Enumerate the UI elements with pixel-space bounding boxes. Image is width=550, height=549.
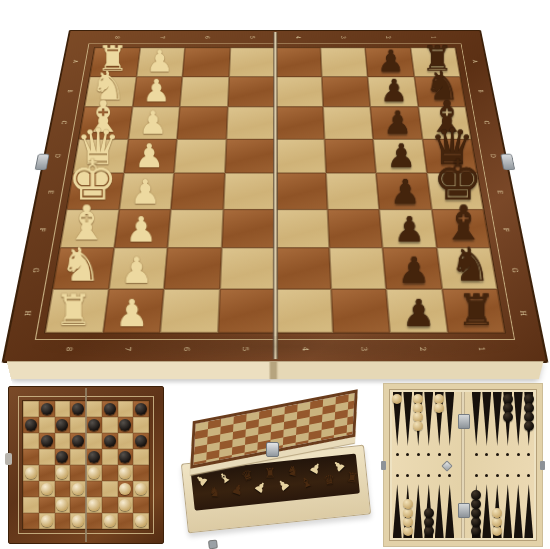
backgammon-point[interactable]: [524, 484, 533, 538]
point-dot-icon: [417, 453, 420, 456]
coordinate-label: A: [470, 60, 478, 63]
coordinate-label: H: [518, 311, 528, 316]
board-square[interactable]: ♟: [376, 173, 431, 209]
point-dot-icon: [527, 474, 530, 477]
black-checker[interactable]: [503, 412, 513, 422]
board-square[interactable]: [23, 401, 39, 417]
backgammon-point[interactable]: [445, 484, 454, 538]
board-front-edge: [6, 361, 543, 379]
white-checker[interactable]: [56, 467, 68, 479]
board-square[interactable]: [70, 449, 86, 465]
metal-clasp-icon[interactable]: [540, 461, 545, 470]
board-square[interactable]: ♟: [379, 209, 436, 248]
board-square[interactable]: [39, 401, 55, 417]
white-checker[interactable]: [88, 499, 100, 511]
point-dot-icon: [506, 474, 509, 477]
black-checker[interactable]: [524, 421, 534, 431]
black-pawn[interactable]: ♟: [383, 212, 437, 247]
coordinate-label: 3: [339, 36, 346, 38]
white-checker[interactable]: [135, 515, 147, 527]
board-square[interactable]: ♜: [45, 289, 108, 333]
board-square[interactable]: ♟: [108, 248, 167, 289]
board-square[interactable]: [327, 209, 382, 248]
board-square[interactable]: [225, 139, 276, 173]
board-square[interactable]: [86, 497, 102, 513]
backgammon-point[interactable]: [414, 484, 423, 538]
black-checker[interactable]: [88, 419, 100, 431]
backgammon-point[interactable]: [493, 392, 502, 446]
board-square[interactable]: ♟: [386, 289, 447, 333]
coordinate-label: 1: [430, 36, 437, 38]
board-square[interactable]: [118, 465, 134, 481]
board-square[interactable]: [275, 77, 323, 107]
black-checker[interactable]: [471, 499, 481, 509]
point-dot-icon: [427, 474, 430, 477]
board-square[interactable]: [164, 248, 221, 289]
coordinate-label: 5: [249, 36, 256, 38]
dark-piece-in-box: ♝: [298, 474, 314, 491]
black-checker[interactable]: [104, 435, 116, 447]
coordinate-label: B: [65, 89, 73, 92]
board-square[interactable]: [39, 417, 55, 433]
board-square[interactable]: ♟: [383, 248, 442, 289]
board-square[interactable]: [180, 77, 229, 107]
board-square[interactable]: [323, 107, 373, 139]
board-square[interactable]: [133, 465, 149, 481]
white-pawn[interactable]: ♟: [128, 106, 177, 138]
white-checker[interactable]: [403, 526, 413, 536]
board-square[interactable]: [118, 433, 134, 449]
board-square[interactable]: ♟: [119, 173, 174, 209]
checkers-board-thumbnail: [8, 386, 164, 544]
board-square[interactable]: [55, 481, 71, 497]
board-square[interactable]: ♟: [370, 107, 422, 139]
black-checker[interactable]: [135, 435, 147, 447]
white-checker[interactable]: [119, 499, 131, 511]
white-checker[interactable]: [119, 467, 131, 479]
black-checker[interactable]: [104, 403, 116, 415]
board-square[interactable]: [118, 513, 134, 529]
board-square[interactable]: [70, 481, 86, 497]
board-square[interactable]: [23, 433, 39, 449]
board-square[interactable]: [174, 139, 226, 173]
point-dot-icon: [406, 474, 409, 477]
board-square[interactable]: [321, 77, 370, 107]
board-square[interactable]: [133, 433, 149, 449]
board-square[interactable]: [55, 513, 71, 529]
board-square[interactable]: [227, 77, 275, 107]
coordinate-label: 7: [158, 36, 165, 38]
white-checker[interactable]: [25, 467, 37, 479]
board-square[interactable]: [70, 401, 86, 417]
coordinate-label: H: [22, 311, 32, 316]
metal-clasp-icon[interactable]: [5, 453, 12, 465]
board-square[interactable]: [329, 248, 386, 289]
board-square[interactable]: [118, 417, 134, 433]
board-square[interactable]: [39, 481, 55, 497]
hinge-icon: [458, 503, 470, 518]
center-pin-icon: [441, 460, 452, 471]
coordinate-label: E: [495, 190, 504, 194]
board-square[interactable]: [102, 401, 118, 417]
board-square[interactable]: ♟: [132, 77, 182, 107]
black-pawn[interactable]: ♟: [373, 106, 422, 138]
backgammon-point[interactable]: [393, 484, 402, 538]
board-square[interactable]: [55, 465, 71, 481]
white-pawn[interactable]: ♟: [119, 174, 171, 208]
black-pawn[interactable]: ♟: [390, 294, 447, 332]
board-square[interactable]: [39, 449, 55, 465]
black-checker[interactable]: [25, 419, 37, 431]
backgammon-point[interactable]: [514, 484, 523, 538]
black-checker[interactable]: [56, 451, 68, 463]
white-checker[interactable]: [492, 508, 502, 518]
white-checker[interactable]: [41, 515, 53, 527]
board-square[interactable]: [177, 107, 227, 139]
chess-board: ♜♟♟♜♞♟♟♞♝♟♟♝♛♟♟♛♚♟♟♚♝♟♟♝♞♟♟♞♜♟♟♜ 88AA77B…: [1, 30, 548, 363]
board-square[interactable]: [23, 497, 39, 513]
point-dot-icon: [496, 474, 499, 477]
board-square[interactable]: [221, 209, 275, 248]
black-checker[interactable]: [41, 403, 53, 415]
board-square[interactable]: ♟: [124, 139, 177, 173]
backgammon-point[interactable]: [472, 392, 481, 446]
light-piece-in-box: ♟: [193, 472, 210, 489]
point-dot-icon: [417, 474, 420, 477]
board-square[interactable]: [39, 465, 55, 481]
backgammon-point[interactable]: [445, 392, 454, 446]
board-square[interactable]: [229, 48, 275, 77]
dark-piece-in-box: ♞: [286, 463, 300, 478]
black-checker[interactable]: [135, 403, 147, 415]
coordinate-label: C: [59, 121, 67, 124]
hinge-icon: [458, 414, 470, 429]
coordinate-label: 5: [241, 347, 250, 351]
board-square[interactable]: [23, 465, 39, 481]
board-square[interactable]: [102, 417, 118, 433]
board-square[interactable]: [275, 248, 331, 289]
black-checker[interactable]: [41, 435, 53, 447]
board-square[interactable]: [275, 107, 324, 139]
backgammon-point[interactable]: [435, 484, 444, 538]
white-checker[interactable]: [72, 515, 84, 527]
dark-piece-in-box: ♛: [240, 467, 255, 483]
coordinate-label: 4: [300, 347, 309, 351]
board-square[interactable]: [167, 209, 222, 248]
board-square[interactable]: [102, 465, 118, 481]
board-square[interactable]: [70, 417, 86, 433]
metal-clasp-icon[interactable]: [266, 442, 279, 457]
board-square[interactable]: ♟: [128, 107, 180, 139]
black-checker[interactable]: [424, 508, 434, 518]
board-square[interactable]: [70, 513, 86, 529]
board-square[interactable]: [55, 433, 71, 449]
board-square[interactable]: ♟: [368, 77, 418, 107]
board-square[interactable]: [133, 513, 149, 529]
white-knight[interactable]: ♞: [53, 242, 109, 288]
black-checker[interactable]: [88, 451, 100, 463]
point-dot-icon: [427, 453, 430, 456]
coordinate-label: 7: [123, 347, 133, 351]
coordinate-label: 2: [385, 36, 392, 38]
board-square[interactable]: ♟: [114, 209, 171, 248]
board-square[interactable]: [118, 449, 134, 465]
board-square[interactable]: [118, 481, 134, 497]
board-square[interactable]: [86, 417, 102, 433]
coordinate-label: 3: [359, 347, 368, 351]
board-square[interactable]: [275, 139, 326, 173]
board-square[interactable]: [324, 139, 376, 173]
coordinate-label: F: [502, 228, 511, 232]
point-dot-icon: [438, 453, 441, 456]
board-square[interactable]: [23, 481, 39, 497]
point-dot-icon: [506, 453, 509, 456]
chess-board-scene: ♜♟♟♜♞♟♟♞♝♟♟♝♛♟♟♛♚♟♟♚♝♟♟♝♞♟♟♞♜♟♟♜ 88AA77B…: [0, 0, 550, 380]
board-square[interactable]: [223, 173, 275, 209]
white-pawn[interactable]: ♟: [132, 75, 180, 106]
board-square[interactable]: [326, 173, 380, 209]
dark-piece-in-box: ♟: [230, 482, 245, 498]
backgammon-point[interactable]: [514, 392, 523, 446]
white-pawn[interactable]: ♟: [108, 252, 164, 288]
white-checker[interactable]: [41, 483, 53, 495]
light-piece-in-box: ♟: [252, 479, 269, 496]
white-checker[interactable]: [88, 467, 100, 479]
board-square[interactable]: [171, 173, 225, 209]
board-square[interactable]: ♟: [373, 139, 426, 173]
product-photo: ♜♟♟♜♞♟♟♞♝♟♟♝♛♟♟♛♚♟♟♚♝♟♟♝♞♟♟♞♜♟♟♜ 88AA77B…: [0, 0, 550, 549]
coordinate-label: 6: [204, 36, 211, 38]
white-checker[interactable]: [403, 499, 413, 509]
board-square[interactable]: ♜: [442, 289, 505, 333]
point-dot-icon: [485, 453, 488, 456]
board-square[interactable]: [133, 481, 149, 497]
board-square[interactable]: ♞: [53, 248, 114, 289]
black-checker[interactable]: [119, 451, 131, 463]
white-pawn[interactable]: ♟: [123, 139, 174, 172]
white-pawn[interactable]: ♟: [114, 212, 168, 247]
board-square[interactable]: [55, 417, 71, 433]
coordinate-label: 8: [113, 36, 120, 38]
coordinate-label: 8: [64, 347, 74, 351]
backgammon-board-thumbnail: [384, 384, 542, 546]
black-checker[interactable]: [471, 490, 481, 500]
board-square[interactable]: [86, 433, 102, 449]
white-checker[interactable]: [434, 403, 444, 413]
board-square[interactable]: [86, 513, 102, 529]
black-pawn[interactable]: ♟: [370, 75, 418, 106]
board-square[interactable]: [70, 497, 86, 513]
board-square[interactable]: [118, 401, 134, 417]
board-square[interactable]: [23, 513, 39, 529]
dark-piece-in-box: ♛: [322, 473, 335, 487]
storage-box-thumbnail: ♟♞♝♟♛♟♜♟♞♝♟♛♟♜: [180, 390, 372, 542]
backgammon-point[interactable]: [403, 392, 412, 446]
coordinate-label: A: [71, 60, 79, 63]
board-square[interactable]: [102, 497, 118, 513]
coordinate-label: 2: [418, 347, 428, 351]
white-checker[interactable]: [72, 483, 84, 495]
board-square[interactable]: [39, 513, 55, 529]
board-square[interactable]: [70, 465, 86, 481]
coordinate-label: F: [38, 228, 47, 232]
white-pawn[interactable]: ♟: [103, 294, 160, 332]
black-checker[interactable]: [471, 508, 481, 518]
board-square[interactable]: [55, 449, 71, 465]
coordinate-label: D: [53, 154, 62, 158]
black-pawn[interactable]: ♟: [386, 252, 442, 288]
dark-piece-in-box: ♞: [208, 485, 220, 498]
black-checker[interactable]: [72, 403, 84, 415]
black-pawn[interactable]: ♟: [379, 174, 431, 208]
point-dot-icon: [396, 453, 399, 456]
dark-piece-in-box: ♜: [264, 466, 276, 480]
board-square[interactable]: [39, 497, 55, 513]
board-square[interactable]: [86, 465, 102, 481]
board-square[interactable]: [182, 48, 230, 77]
point-dot-icon: [475, 453, 478, 456]
board-square[interactable]: [102, 481, 118, 497]
black-knight[interactable]: ♞: [442, 242, 498, 288]
point-dot-icon: [527, 453, 530, 456]
point-dot-icon: [485, 474, 488, 477]
white-checker[interactable]: [403, 517, 413, 527]
coordinate-label: 1: [477, 347, 487, 351]
board-square[interactable]: [23, 449, 39, 465]
coordinate-label: G: [30, 268, 40, 273]
white-checker[interactable]: [492, 517, 502, 527]
coordinate-label: B: [476, 89, 484, 92]
backgammon-point[interactable]: [503, 484, 512, 538]
board-square[interactable]: [275, 209, 329, 248]
black-pawn[interactable]: ♟: [376, 139, 427, 172]
black-checker[interactable]: [56, 419, 68, 431]
coordinate-label: C: [482, 121, 490, 124]
dark-piece-in-box: ♜: [345, 470, 358, 484]
white-rook[interactable]: ♜: [45, 289, 102, 332]
board-square[interactable]: [218, 289, 275, 333]
black-checker[interactable]: [72, 435, 84, 447]
white-checker[interactable]: [135, 483, 147, 495]
board-square[interactable]: [133, 497, 149, 513]
point-dot-icon: [396, 474, 399, 477]
board-square[interactable]: [118, 497, 134, 513]
white-checker[interactable]: [104, 515, 116, 527]
board-square[interactable]: [55, 497, 71, 513]
board-square[interactable]: [133, 401, 149, 417]
black-rook[interactable]: ♜: [447, 289, 504, 332]
board-square[interactable]: [86, 449, 102, 465]
metal-clasp-icon[interactable]: [35, 154, 50, 170]
white-checker[interactable]: [56, 499, 68, 511]
board-square[interactable]: [86, 401, 102, 417]
board-square[interactable]: [23, 417, 39, 433]
board-square[interactable]: [102, 513, 118, 529]
white-checker[interactable]: [413, 421, 423, 431]
board-square[interactable]: [226, 107, 275, 139]
board-square[interactable]: [320, 48, 368, 77]
point-dot-icon: [517, 474, 520, 477]
board-fold-seam: [85, 388, 87, 542]
backgammon-point[interactable]: [482, 392, 491, 446]
point-dot-icon: [496, 453, 499, 456]
board-square[interactable]: [102, 449, 118, 465]
point-dot-icon: [517, 453, 520, 456]
light-piece-in-box: ♟: [274, 476, 291, 493]
board-square[interactable]: [86, 481, 102, 497]
point-dot-icon: [406, 453, 409, 456]
backgammon-interior: [392, 392, 534, 538]
board-square[interactable]: [133, 417, 149, 433]
backgammon-point[interactable]: [424, 392, 433, 446]
board-square[interactable]: ♞: [436, 248, 497, 289]
metal-clasp-icon[interactable]: [500, 154, 515, 170]
board-square[interactable]: ♟: [103, 289, 164, 333]
black-checker[interactable]: [119, 419, 131, 431]
point-dot-icon: [448, 474, 451, 477]
point-dot-icon: [438, 474, 441, 477]
coordinate-label: G: [510, 268, 520, 273]
board-square[interactable]: [275, 48, 321, 77]
black-checker[interactable]: [424, 517, 434, 527]
board-square[interactable]: [39, 433, 55, 449]
board-square[interactable]: [275, 289, 332, 333]
board-square[interactable]: [331, 289, 390, 333]
point-dot-icon: [448, 453, 451, 456]
coordinate-label: 6: [182, 347, 191, 351]
metal-clasp-icon[interactable]: [381, 461, 386, 470]
coordinate-label: E: [46, 190, 55, 194]
board-square[interactable]: [275, 173, 327, 209]
point-dot-icon: [475, 474, 478, 477]
white-checker[interactable]: [403, 508, 413, 518]
black-checker[interactable]: [424, 526, 434, 536]
board-square[interactable]: [219, 248, 275, 289]
board-square[interactable]: [70, 433, 86, 449]
board-square[interactable]: [55, 401, 71, 417]
coordinate-label: D: [488, 154, 497, 158]
coordinate-label: 4: [294, 36, 301, 38]
board-square[interactable]: [160, 289, 219, 333]
board-square[interactable]: [102, 433, 118, 449]
black-checker[interactable]: [471, 517, 481, 527]
board-square[interactable]: [133, 449, 149, 465]
latch-icon[interactable]: [208, 539, 218, 549]
backgammon-point[interactable]: [482, 484, 491, 538]
white-checker[interactable]: [119, 483, 131, 495]
